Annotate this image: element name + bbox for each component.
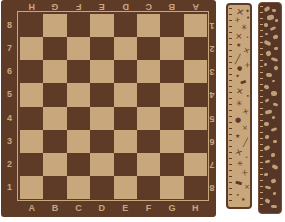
square-b5[interactable] — [43, 83, 66, 106]
square-g5[interactable] — [160, 83, 183, 106]
square-e8[interactable] — [114, 14, 137, 37]
square-g2[interactable] — [160, 153, 183, 176]
file-label: G — [43, 0, 66, 13]
square-d2[interactable] — [90, 153, 113, 176]
rank-label: 3 — [1, 130, 18, 153]
texture-blob — [273, 102, 279, 106]
file-label: B — [160, 0, 183, 13]
board-grid — [20, 14, 207, 199]
file-label: D — [90, 201, 113, 216]
texture-blob — [263, 40, 271, 47]
texture-blob — [264, 198, 270, 204]
doodle-icon: × — [240, 107, 250, 117]
texture-blob — [265, 33, 268, 36]
square-g6[interactable] — [160, 60, 183, 83]
square-a2[interactable] — [20, 153, 43, 176]
doodle-icon: • — [245, 155, 248, 160]
texture-blob — [265, 98, 270, 102]
rank-label: 5 — [1, 83, 18, 106]
texture-blob — [275, 19, 279, 23]
doodle-icon: × — [235, 32, 243, 41]
doodle-icon: ▬ — [234, 178, 243, 188]
file-labels-top: HGFEDCBA — [20, 0, 207, 13]
square-d8[interactable] — [90, 14, 113, 37]
square-h6[interactable] — [184, 60, 207, 83]
doodle-icon: ✳ — [237, 161, 243, 168]
square-f4[interactable] — [137, 107, 160, 130]
square-a1[interactable] — [20, 176, 43, 199]
square-h3[interactable] — [184, 130, 207, 153]
texture-blob — [263, 6, 270, 12]
square-h7[interactable] — [184, 37, 207, 60]
square-c7[interactable] — [67, 37, 90, 60]
decorative-ruler-chess-doodles: ×✦•×✳×•★×╱●×✦▬×•✳×●×★╱×•✳×▬×•★ — [226, 3, 252, 209]
square-h4[interactable] — [184, 107, 207, 130]
doodle-icon: × — [242, 125, 248, 132]
texture-blob — [266, 73, 272, 78]
file-label: D — [114, 0, 137, 13]
rank-label: 6 — [1, 60, 18, 83]
square-d1[interactable] — [90, 176, 113, 199]
square-b4[interactable] — [43, 107, 66, 130]
square-d3[interactable] — [90, 130, 113, 153]
doodle-icon: ● — [235, 117, 241, 124]
square-c1[interactable] — [67, 176, 90, 199]
square-a8[interactable] — [20, 14, 43, 37]
rank-label: 1 — [1, 176, 18, 199]
doodle-icon: ╱ — [235, 55, 240, 64]
square-f3[interactable] — [137, 130, 160, 153]
square-d6[interactable] — [90, 60, 113, 83]
square-e7[interactable] — [114, 37, 137, 60]
doodle-icon: • — [246, 93, 250, 99]
square-f6[interactable] — [137, 60, 160, 83]
square-b6[interactable] — [43, 60, 66, 83]
rank-label: 8 — [207, 176, 217, 199]
texture-blob — [271, 153, 276, 158]
doodle-icon: × — [235, 86, 244, 96]
square-a5[interactable] — [20, 83, 43, 106]
square-h1[interactable] — [184, 176, 207, 199]
square-f5[interactable] — [137, 83, 160, 106]
file-label: H — [20, 0, 43, 13]
doodle-icon: ★ — [236, 42, 241, 48]
square-g8[interactable] — [160, 14, 183, 37]
square-c6[interactable] — [67, 60, 90, 83]
ruler-tick-marks — [229, 8, 232, 204]
doodle-icon: × — [242, 61, 251, 70]
texture-blob — [271, 127, 278, 132]
square-c8[interactable] — [67, 14, 90, 37]
texture-blob — [271, 57, 279, 62]
file-label: E — [114, 201, 137, 216]
file-label: C — [67, 201, 90, 216]
texture-blob — [265, 109, 273, 114]
texture-blob — [270, 178, 276, 184]
texture-blob — [273, 140, 277, 143]
square-b1[interactable] — [43, 176, 66, 199]
file-label: F — [137, 201, 160, 216]
rank-label: 5 — [207, 107, 217, 130]
square-d5[interactable] — [90, 83, 113, 106]
rank-label: 1 — [207, 14, 217, 37]
square-e4[interactable] — [114, 107, 137, 130]
texture-blob — [264, 23, 268, 27]
file-label: G — [160, 201, 183, 216]
square-e3[interactable] — [114, 130, 137, 153]
doodle-icon: × — [239, 168, 249, 178]
ruler-tick-marks — [260, 6, 263, 210]
doodle-icon: × — [233, 147, 244, 158]
texture-blob — [265, 159, 271, 163]
rank-label: 2 — [1, 153, 18, 176]
doodle-icon: ╱ — [243, 139, 248, 147]
texture-blob — [263, 84, 269, 90]
file-label: C — [137, 0, 160, 13]
square-b8[interactable] — [43, 14, 66, 37]
texture-blob — [265, 50, 271, 56]
texture-blob — [271, 91, 277, 96]
doodle-icon: × — [244, 184, 250, 191]
square-g3[interactable] — [160, 130, 183, 153]
texture-blob — [271, 205, 277, 209]
square-d7[interactable] — [90, 37, 113, 60]
texture-blob — [271, 115, 275, 119]
rank-label: 4 — [1, 107, 18, 130]
square-e6[interactable] — [114, 60, 137, 83]
square-h8[interactable] — [184, 14, 207, 37]
square-c2[interactable] — [67, 153, 90, 176]
doodle-icon: • — [246, 15, 250, 22]
square-g4[interactable] — [160, 107, 183, 130]
square-f1[interactable] — [137, 176, 160, 199]
square-a4[interactable] — [20, 107, 43, 130]
rank-label: 2 — [207, 37, 217, 60]
square-e2[interactable] — [114, 153, 137, 176]
doodle-icon: • — [236, 192, 240, 198]
texture-blob — [264, 63, 267, 66]
square-c3[interactable] — [67, 130, 90, 153]
square-a3[interactable] — [20, 130, 43, 153]
file-label: E — [90, 0, 113, 13]
square-g7[interactable] — [160, 37, 183, 60]
texture-blob — [266, 14, 274, 21]
square-h2[interactable] — [184, 153, 207, 176]
file-label: H — [184, 201, 207, 216]
square-h5[interactable] — [184, 83, 207, 106]
texture-blob — [264, 122, 269, 126]
square-e1[interactable] — [114, 176, 137, 199]
rank-label: 3 — [207, 60, 217, 83]
decorative-ruler-mottled-texture — [258, 2, 282, 214]
square-b7[interactable] — [43, 37, 66, 60]
rank-label: 7 — [1, 37, 18, 60]
doodle-icon: ★ — [241, 197, 245, 202]
texture-blob — [264, 173, 268, 176]
texture-blob — [273, 65, 278, 70]
square-d4[interactable] — [90, 107, 113, 130]
texture-blob — [264, 134, 269, 139]
chess-board: HGFEDCBA ABCDEFGH 87654321 12345678 — [1, 0, 216, 217]
square-b2[interactable] — [43, 153, 66, 176]
texture-blob — [263, 145, 270, 151]
rank-labels-right: 12345678 — [207, 14, 217, 199]
doodle-icon: • — [246, 35, 249, 40]
texture-blob — [273, 35, 279, 40]
square-g1[interactable] — [160, 176, 183, 199]
file-label: A — [184, 0, 207, 13]
square-f2[interactable] — [137, 153, 160, 176]
rank-label: 8 — [1, 14, 18, 37]
file-label: B — [43, 201, 66, 216]
texture-blob — [272, 80, 275, 83]
rank-labels-left: 87654321 — [1, 14, 18, 199]
file-label: A — [20, 201, 43, 216]
square-b3[interactable] — [43, 130, 66, 153]
square-a7[interactable] — [20, 37, 43, 60]
texture-blob — [271, 164, 278, 170]
texture-blob — [272, 9, 276, 12]
texture-blob — [265, 185, 272, 189]
rank-label: 4 — [207, 83, 217, 106]
square-f7[interactable] — [137, 37, 160, 60]
texture-blob — [270, 26, 277, 31]
product-photo-scene: HGFEDCBA ABCDEFGH 87654321 12345678 ×✦•×… — [0, 0, 285, 222]
rank-label: 6 — [207, 130, 217, 153]
doodle-icon: × — [242, 46, 251, 56]
rank-label: 7 — [207, 153, 217, 176]
texture-blob — [273, 192, 276, 195]
file-labels-bottom: ABCDEFGH — [20, 201, 207, 216]
doodle-icon: ★ — [235, 133, 240, 139]
square-e5[interactable] — [114, 83, 137, 106]
file-label: F — [67, 0, 90, 13]
square-c5[interactable] — [67, 83, 90, 106]
doodle-icon: ✳ — [236, 100, 243, 108]
texture-blob — [274, 47, 278, 50]
square-c4[interactable] — [67, 107, 90, 130]
square-f8[interactable] — [137, 14, 160, 37]
square-a6[interactable] — [20, 60, 43, 83]
